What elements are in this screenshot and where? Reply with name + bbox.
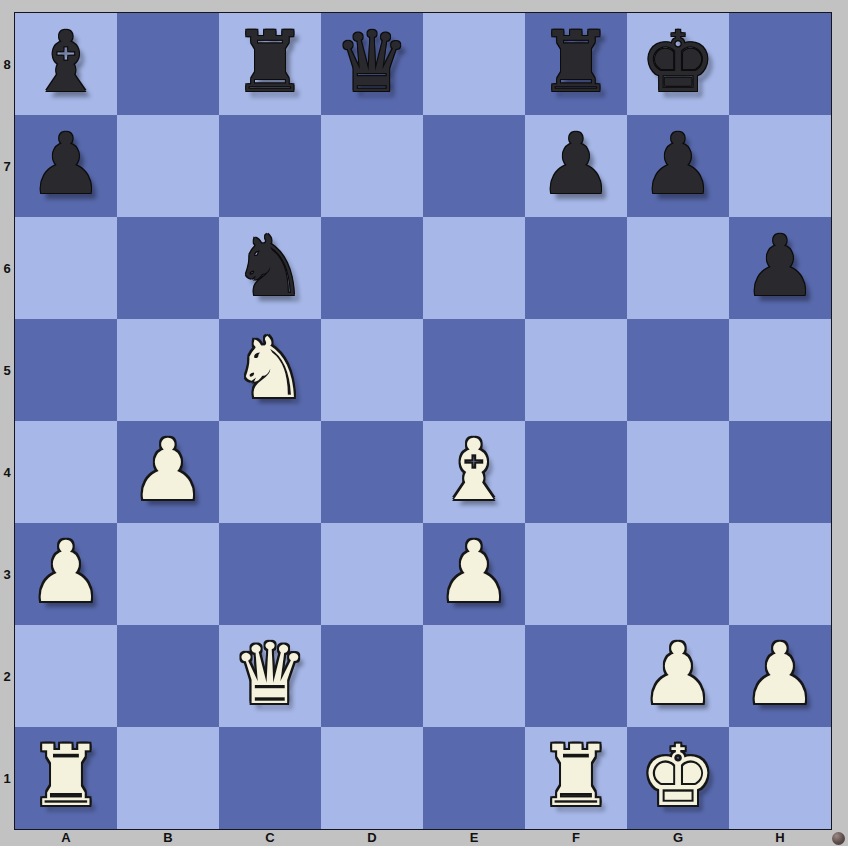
- square-a4[interactable]: [15, 421, 117, 523]
- square-c2[interactable]: ♛: [219, 625, 321, 727]
- square-d3[interactable]: [321, 523, 423, 625]
- square-f1[interactable]: ♜: [525, 727, 627, 829]
- square-c8[interactable]: ♜: [219, 13, 321, 115]
- square-h3[interactable]: [729, 523, 831, 625]
- square-f3[interactable]: [525, 523, 627, 625]
- square-b3[interactable]: [117, 523, 219, 625]
- square-e3[interactable]: ♟: [423, 523, 525, 625]
- square-f4[interactable]: [525, 421, 627, 523]
- square-f5[interactable]: [525, 319, 627, 421]
- square-d2[interactable]: [321, 625, 423, 727]
- file-label-b: B: [117, 829, 219, 846]
- square-e5[interactable]: [423, 319, 525, 421]
- chess-app-window: 87654321 ♝♜♛♜♚♟♟♟♞♟♞♟♝♟♟♛♟♟♜♜♚ ABCDEFGH: [0, 0, 848, 846]
- square-e7[interactable]: [423, 115, 525, 217]
- square-h6[interactable]: ♟: [729, 217, 831, 319]
- piece-black-king[interactable]: ♚: [640, 20, 715, 104]
- square-h7[interactable]: [729, 115, 831, 217]
- rank-label-8: 8: [0, 13, 14, 115]
- square-f7[interactable]: ♟: [525, 115, 627, 217]
- board: ♝♜♛♜♚♟♟♟♞♟♞♟♝♟♟♛♟♟♜♜♚: [14, 12, 832, 830]
- square-c6[interactable]: ♞: [219, 217, 321, 319]
- piece-white-pawn[interactable]: ♟: [640, 632, 715, 716]
- square-a6[interactable]: [15, 217, 117, 319]
- square-b5[interactable]: [117, 319, 219, 421]
- file-labels: ABCDEFGH: [15, 829, 831, 846]
- piece-black-knight[interactable]: ♞: [232, 224, 307, 308]
- piece-black-pawn[interactable]: ♟: [742, 224, 817, 308]
- piece-white-bishop[interactable]: ♝: [436, 428, 511, 512]
- square-g2[interactable]: ♟: [627, 625, 729, 727]
- piece-white-pawn[interactable]: ♟: [742, 632, 817, 716]
- square-h1[interactable]: [729, 727, 831, 829]
- square-f6[interactable]: [525, 217, 627, 319]
- square-h8[interactable]: [729, 13, 831, 115]
- square-a1[interactable]: ♜: [15, 727, 117, 829]
- square-b2[interactable]: [117, 625, 219, 727]
- file-label-c: C: [219, 829, 321, 846]
- square-g6[interactable]: [627, 217, 729, 319]
- square-h5[interactable]: [729, 319, 831, 421]
- rank-label-5: 5: [0, 319, 14, 421]
- file-label-f: F: [525, 829, 627, 846]
- rank-label-3: 3: [0, 523, 14, 625]
- square-g8[interactable]: ♚: [627, 13, 729, 115]
- square-h2[interactable]: ♟: [729, 625, 831, 727]
- square-e2[interactable]: [423, 625, 525, 727]
- piece-black-bishop[interactable]: ♝: [28, 20, 103, 104]
- square-a8[interactable]: ♝: [15, 13, 117, 115]
- piece-white-pawn[interactable]: ♟: [130, 428, 205, 512]
- piece-white-rook[interactable]: ♜: [538, 734, 613, 818]
- square-e8[interactable]: [423, 13, 525, 115]
- square-e4[interactable]: ♝: [423, 421, 525, 523]
- rank-labels: 87654321: [0, 13, 14, 829]
- side-to-move-indicator: [832, 832, 845, 845]
- square-a7[interactable]: ♟: [15, 115, 117, 217]
- square-a2[interactable]: [15, 625, 117, 727]
- rank-label-4: 4: [0, 421, 14, 523]
- file-label-g: G: [627, 829, 729, 846]
- square-c4[interactable]: [219, 421, 321, 523]
- square-c1[interactable]: [219, 727, 321, 829]
- square-f2[interactable]: [525, 625, 627, 727]
- square-a5[interactable]: [15, 319, 117, 421]
- square-b6[interactable]: [117, 217, 219, 319]
- piece-white-pawn[interactable]: ♟: [28, 530, 103, 614]
- file-label-e: E: [423, 829, 525, 846]
- square-g4[interactable]: [627, 421, 729, 523]
- file-label-d: D: [321, 829, 423, 846]
- piece-white-queen[interactable]: ♛: [232, 632, 307, 716]
- piece-black-pawn[interactable]: ♟: [538, 122, 613, 206]
- piece-black-pawn[interactable]: ♟: [28, 122, 103, 206]
- piece-white-knight[interactable]: ♞: [232, 326, 307, 410]
- square-d5[interactable]: [321, 319, 423, 421]
- piece-black-queen[interactable]: ♛: [334, 20, 409, 104]
- square-e1[interactable]: [423, 727, 525, 829]
- square-a3[interactable]: ♟: [15, 523, 117, 625]
- square-b4[interactable]: ♟: [117, 421, 219, 523]
- square-h4[interactable]: [729, 421, 831, 523]
- rank-label-1: 1: [0, 727, 14, 829]
- square-c5[interactable]: ♞: [219, 319, 321, 421]
- square-d1[interactable]: [321, 727, 423, 829]
- rank-label-2: 2: [0, 625, 14, 727]
- square-e6[interactable]: [423, 217, 525, 319]
- file-label-a: A: [15, 829, 117, 846]
- square-b8[interactable]: [117, 13, 219, 115]
- square-c3[interactable]: [219, 523, 321, 625]
- square-d8[interactable]: ♛: [321, 13, 423, 115]
- piece-white-rook[interactable]: ♜: [28, 734, 103, 818]
- piece-white-king[interactable]: ♚: [640, 734, 715, 818]
- rank-label-7: 7: [0, 115, 14, 217]
- square-g3[interactable]: [627, 523, 729, 625]
- square-g1[interactable]: ♚: [627, 727, 729, 829]
- piece-black-pawn[interactable]: ♟: [640, 122, 715, 206]
- piece-white-pawn[interactable]: ♟: [436, 530, 511, 614]
- rank-label-6: 6: [0, 217, 14, 319]
- square-b7[interactable]: [117, 115, 219, 217]
- square-f8[interactable]: ♜: [525, 13, 627, 115]
- square-g7[interactable]: ♟: [627, 115, 729, 217]
- piece-black-rook[interactable]: ♜: [538, 20, 613, 104]
- square-d7[interactable]: [321, 115, 423, 217]
- square-c7[interactable]: [219, 115, 321, 217]
- square-d4[interactable]: [321, 421, 423, 523]
- square-g5[interactable]: [627, 319, 729, 421]
- piece-black-rook[interactable]: ♜: [232, 20, 307, 104]
- file-label-h: H: [729, 829, 831, 846]
- square-b1[interactable]: [117, 727, 219, 829]
- square-d6[interactable]: [321, 217, 423, 319]
